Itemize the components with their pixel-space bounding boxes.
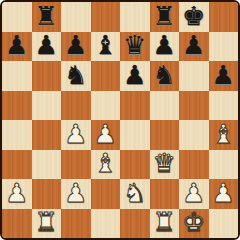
chess-board: ♜♜♚♟♟♟♝♛♟♟♞♟♞♟♟♟♝♝♛♟♟♞♟♟♜♜♚ [0,0,240,240]
white-queen: ♛ [153,150,176,176]
square-e5[interactable] [120,91,150,121]
white-pawn: ♟ [212,180,235,206]
square-h7[interactable] [209,32,239,62]
square-f5[interactable] [150,91,180,121]
square-d2[interactable] [91,179,121,209]
square-h3[interactable] [209,150,239,180]
white-knight: ♞ [123,180,146,206]
black-rook: ♜ [35,3,58,29]
black-knight: ♞ [153,62,176,88]
square-h5[interactable] [209,91,239,121]
square-g8[interactable]: ♚ [179,2,209,32]
square-b8[interactable]: ♜ [32,2,62,32]
square-d8[interactable] [91,2,121,32]
square-a6[interactable] [2,61,32,91]
square-b4[interactable] [32,120,62,150]
white-bishop: ♝ [212,121,235,147]
square-a7[interactable]: ♟ [2,32,32,62]
black-pawn: ♟ [5,32,28,58]
square-g4[interactable] [179,120,209,150]
square-f3[interactable]: ♛ [150,150,180,180]
black-knight: ♞ [64,62,87,88]
black-pawn: ♟ [182,32,205,58]
white-pawn: ♟ [64,180,87,206]
white-pawn: ♟ [94,121,117,147]
square-h8[interactable] [209,2,239,32]
black-rook: ♜ [153,3,176,29]
white-pawn: ♟ [5,180,28,206]
black-king: ♚ [182,3,205,29]
square-c7[interactable]: ♟ [61,32,91,62]
black-bishop: ♝ [94,32,117,58]
black-pawn: ♟ [212,62,235,88]
square-h1[interactable] [209,209,239,239]
square-f2[interactable] [150,179,180,209]
square-f1[interactable]: ♜ [150,209,180,239]
black-queen: ♛ [123,32,146,58]
square-c8[interactable] [61,2,91,32]
square-b1[interactable]: ♜ [32,209,62,239]
white-king: ♚ [182,209,205,235]
square-c4[interactable]: ♟ [61,120,91,150]
square-c1[interactable] [61,209,91,239]
square-b2[interactable] [32,179,62,209]
black-pawn: ♟ [153,32,176,58]
square-h2[interactable]: ♟ [209,179,239,209]
black-pawn: ♟ [35,32,58,58]
white-pawn: ♟ [182,180,205,206]
board-frame: ♜♜♚♟♟♟♝♛♟♟♞♟♞♟♟♟♝♝♛♟♟♞♟♟♜♜♚ [0,0,240,240]
white-bishop: ♝ [94,150,117,176]
square-b6[interactable] [32,61,62,91]
white-rook: ♜ [153,209,176,235]
black-pawn: ♟ [64,32,87,58]
square-e8[interactable] [120,2,150,32]
square-e1[interactable] [120,209,150,239]
square-d3[interactable]: ♝ [91,150,121,180]
square-e2[interactable]: ♞ [120,179,150,209]
square-h4[interactable]: ♝ [209,120,239,150]
square-g2[interactable]: ♟ [179,179,209,209]
square-c5[interactable] [61,91,91,121]
square-e4[interactable] [120,120,150,150]
square-a4[interactable] [2,120,32,150]
square-e6[interactable]: ♟ [120,61,150,91]
square-d6[interactable] [91,61,121,91]
square-a2[interactable]: ♟ [2,179,32,209]
square-b3[interactable] [32,150,62,180]
square-d5[interactable] [91,91,121,121]
white-rook: ♜ [35,209,58,235]
square-g7[interactable]: ♟ [179,32,209,62]
square-a1[interactable] [2,209,32,239]
square-c3[interactable] [61,150,91,180]
square-f4[interactable] [150,120,180,150]
square-f8[interactable]: ♜ [150,2,180,32]
white-pawn: ♟ [64,121,87,147]
square-a3[interactable] [2,150,32,180]
square-h6[interactable]: ♟ [209,61,239,91]
square-g6[interactable] [179,61,209,91]
square-d7[interactable]: ♝ [91,32,121,62]
black-pawn: ♟ [123,62,146,88]
square-f7[interactable]: ♟ [150,32,180,62]
square-a8[interactable] [2,2,32,32]
square-f6[interactable]: ♞ [150,61,180,91]
square-g3[interactable] [179,150,209,180]
square-e3[interactable] [120,150,150,180]
square-c2[interactable]: ♟ [61,179,91,209]
square-b7[interactable]: ♟ [32,32,62,62]
square-c6[interactable]: ♞ [61,61,91,91]
square-e7[interactable]: ♛ [120,32,150,62]
square-d4[interactable]: ♟ [91,120,121,150]
square-a5[interactable] [2,91,32,121]
square-g1[interactable]: ♚ [179,209,209,239]
square-d1[interactable] [91,209,121,239]
square-b5[interactable] [32,91,62,121]
square-g5[interactable] [179,91,209,121]
